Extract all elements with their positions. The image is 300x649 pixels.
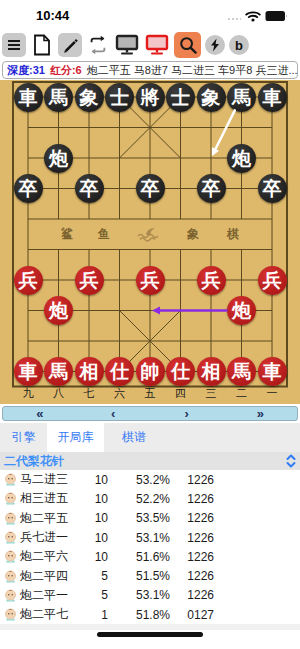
- book-row[interactable]: 炮二平六1051.6%1226: [0, 547, 300, 566]
- xiangqi-board[interactable]: 鲨 鱼 象 棋 車馬象士將士象馬車炮炮卒卒卒卒卒兵兵兵兵兵炮炮車馬相仕帥仕相馬車…: [0, 80, 300, 404]
- book-row[interactable]: 马二进三1053.2%1226: [0, 470, 300, 489]
- red-piece[interactable]: 兵: [197, 266, 226, 295]
- move-nav-bar: « ‹ › »: [2, 406, 298, 421]
- book-row[interactable]: 炮二平四551.5%1226: [0, 566, 300, 585]
- toolbar: b: [0, 30, 300, 60]
- cellular-signal-icon: [227, 10, 241, 22]
- red-piece[interactable]: 炮: [44, 296, 73, 325]
- black-piece[interactable]: 車: [14, 83, 43, 112]
- red-piece[interactable]: 兵: [14, 266, 43, 295]
- last-move-button[interactable]: »: [224, 407, 298, 420]
- baby-book-icon: [0, 550, 20, 563]
- book-move: 马二进三: [20, 471, 84, 488]
- piece-grid: 車馬象士將士象馬車炮炮卒卒卒卒卒兵兵兵兵兵炮炮車馬相仕帥仕相馬車: [13, 82, 288, 387]
- book-row[interactable]: 兵七进一1053.1%1226: [0, 528, 300, 547]
- baby-book-icon: [0, 531, 20, 544]
- home-indicator: [97, 632, 203, 637]
- book-win-rate: 53.5%: [108, 511, 170, 525]
- tab-opening-book[interactable]: 开局库: [47, 423, 104, 452]
- book-count: 1226: [170, 531, 214, 545]
- book-win-rate: 52.2%: [108, 492, 170, 506]
- book-weight: 1: [84, 608, 108, 622]
- flip-board-icon[interactable]: [86, 33, 110, 57]
- book-header: 二代梨花针: [0, 452, 300, 470]
- edit-icon[interactable]: [58, 33, 82, 57]
- black-piece[interactable]: 象: [75, 83, 104, 112]
- red-piece[interactable]: 帥: [136, 357, 165, 386]
- book-win-rate: 51.6%: [108, 550, 170, 564]
- menu-icon[interactable]: [2, 33, 26, 57]
- book-count: 0127: [170, 608, 214, 622]
- book-row[interactable]: 相三进五1052.2%1226: [0, 489, 300, 508]
- book-row[interactable]: 炮二平五1053.5%1226: [0, 509, 300, 528]
- tab-game-record[interactable]: 棋谱: [104, 423, 164, 452]
- book-weight: 10: [84, 550, 108, 564]
- baby-book-icon: [0, 589, 20, 602]
- black-piece[interactable]: 馬: [227, 83, 256, 112]
- black-piece[interactable]: 炮: [44, 144, 73, 173]
- red-piece[interactable]: 相: [75, 357, 104, 386]
- sort-icon[interactable]: [286, 454, 296, 468]
- black-piece[interactable]: 象: [197, 83, 226, 112]
- book-weight: 10: [84, 531, 108, 545]
- wifi-icon: [245, 10, 261, 22]
- table-footer: [0, 624, 300, 630]
- file-label: 五: [135, 386, 165, 401]
- red-piece[interactable]: 兵: [258, 266, 287, 295]
- book-b-icon[interactable]: b: [229, 35, 249, 55]
- search-icon[interactable]: [174, 32, 201, 58]
- book-win-rate: 51.5%: [108, 569, 170, 583]
- book-weight: 10: [84, 473, 108, 487]
- baby-book-icon: [0, 473, 20, 486]
- file-label: 二: [227, 386, 257, 401]
- book-win-rate: 53.2%: [108, 473, 170, 487]
- book-weight: 5: [84, 569, 108, 583]
- book-move: 炮二平七: [20, 606, 84, 623]
- book-win-rate: 53.1%: [108, 588, 170, 602]
- book-count: 1226: [170, 588, 214, 602]
- red-piece[interactable]: 車: [258, 357, 287, 386]
- book-weight: 10: [84, 492, 108, 506]
- engine-info-bar: 深度:31 红分:6 炮二平五 马8进7 马二进三 车9平8 兵三进...: [0, 60, 300, 80]
- book-win-rate: 53.1%: [108, 531, 170, 545]
- book-move: 相三进五: [20, 490, 84, 507]
- engine-score: 红分:6: [50, 63, 82, 78]
- black-piece[interactable]: 將: [136, 83, 165, 112]
- status-bar: 10:44: [0, 0, 300, 30]
- book-move: 兵七进一: [20, 529, 84, 546]
- battery-icon: [265, 10, 288, 22]
- red-piece[interactable]: 炮: [227, 296, 256, 325]
- book-move-list: 马二进三1053.2%1226相三进五1052.2%1226炮二平五1053.5…: [0, 470, 300, 624]
- black-piece[interactable]: 炮: [227, 144, 256, 173]
- next-move-button[interactable]: ›: [150, 407, 224, 420]
- first-move-button[interactable]: «: [3, 407, 77, 420]
- red-piece[interactable]: 馬: [44, 357, 73, 386]
- black-piece[interactable]: 卒: [136, 174, 165, 203]
- book-move: 炮二平六: [20, 548, 84, 565]
- baby-book-icon: [0, 492, 20, 505]
- book-row[interactable]: 炮二平一553.1%1226: [0, 586, 300, 605]
- black-piece[interactable]: 卒: [258, 174, 287, 203]
- black-piece[interactable]: 士: [166, 83, 195, 112]
- black-piece[interactable]: 卒: [14, 174, 43, 203]
- engine-line: 炮二平五 马8进7 马二进三 车9平8 兵三进...: [87, 63, 298, 78]
- red-piece[interactable]: 相: [197, 357, 226, 386]
- file-label: 一: [257, 386, 287, 401]
- file-label: 三: [196, 386, 226, 401]
- file-label: 七: [74, 386, 104, 401]
- black-piece[interactable]: 車: [258, 83, 287, 112]
- tab-engine[interactable]: 引擎: [0, 423, 47, 452]
- monitor-black-icon[interactable]: [114, 33, 140, 57]
- book-count: 1226: [170, 511, 214, 525]
- book-weight: 10: [84, 511, 108, 525]
- prev-move-button[interactable]: ‹: [77, 407, 151, 420]
- book-move: 炮二平四: [20, 568, 84, 585]
- book-move: 炮二平五: [20, 510, 84, 527]
- baby-book-icon: [0, 512, 20, 525]
- baby-book-icon: [0, 608, 20, 621]
- red-piece[interactable]: 兵: [75, 266, 104, 295]
- black-piece[interactable]: 卒: [75, 174, 104, 203]
- book-row[interactable]: 炮二平七151.8%0127: [0, 605, 300, 624]
- book-win-rate: 51.8%: [108, 608, 170, 622]
- book-count: 1226: [170, 492, 214, 506]
- black-piece[interactable]: 卒: [197, 174, 226, 203]
- red-piece[interactable]: 馬: [227, 357, 256, 386]
- tab-bar: 引擎 开局库 棋谱: [0, 423, 300, 452]
- clock-time: 10:44: [36, 8, 69, 23]
- black-piece[interactable]: 馬: [44, 83, 73, 112]
- book-count: 1226: [170, 473, 214, 487]
- red-piece[interactable]: 兵: [136, 266, 165, 295]
- red-piece[interactable]: 車: [14, 357, 43, 386]
- red-piece[interactable]: 仕: [105, 357, 134, 386]
- file-label: 四: [166, 386, 196, 401]
- new-document-icon[interactable]: [30, 33, 54, 57]
- black-piece[interactable]: 士: [105, 83, 134, 112]
- engine-depth: 深度:31: [7, 63, 45, 78]
- book-title: 二代梨花针: [4, 453, 64, 470]
- monitor-red-icon[interactable]: [144, 33, 170, 57]
- file-label: 六: [105, 386, 135, 401]
- file-label: 九: [13, 386, 43, 401]
- red-piece[interactable]: 仕: [166, 357, 195, 386]
- baby-book-icon: [0, 570, 20, 583]
- engine-lightning-icon[interactable]: [205, 35, 225, 55]
- book-weight: 5: [84, 588, 108, 602]
- book-count: 1226: [170, 550, 214, 564]
- file-label: 八: [44, 386, 74, 401]
- book-count: 1226: [170, 569, 214, 583]
- book-move: 炮二平一: [20, 587, 84, 604]
